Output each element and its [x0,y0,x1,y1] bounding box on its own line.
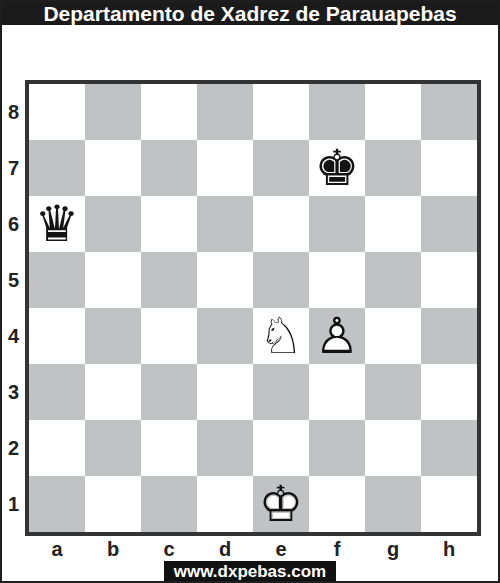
square-e8[interactable] [253,84,309,140]
square-b2[interactable] [85,420,141,476]
square-a2[interactable] [29,420,85,476]
square-g2[interactable] [365,420,421,476]
white-pawn-glyph: ♙ [309,308,365,364]
square-e2[interactable] [253,420,309,476]
square-a6[interactable]: ♛ [29,196,85,252]
square-b7[interactable] [85,140,141,196]
rank-label-5: 5 [2,252,25,308]
board-section: 87654321 ♚♛♞♘♟♙♚♔ [2,80,498,536]
file-label-c: c [141,538,197,560]
rank-label-4: 4 [2,308,25,364]
square-g5[interactable] [365,252,421,308]
square-f2[interactable] [309,420,365,476]
rank-label-8: 8 [2,84,25,140]
rank-label-1: 1 [2,476,25,532]
square-a4[interactable] [29,308,85,364]
square-e1[interactable]: ♚♔ [253,476,309,532]
square-g6[interactable] [365,196,421,252]
square-f4[interactable]: ♟♙ [309,308,365,364]
square-c4[interactable] [141,308,197,364]
square-c6[interactable] [141,196,197,252]
square-g3[interactable] [365,364,421,420]
square-a8[interactable] [29,84,85,140]
square-d6[interactable] [197,196,253,252]
square-h3[interactable] [421,364,477,420]
white-pawn-f4[interactable]: ♟♙ [309,308,365,364]
page-title: Departamento de Xadrez de Parauapebas [43,2,456,25]
square-e3[interactable] [253,364,309,420]
square-d1[interactable] [197,476,253,532]
square-g8[interactable] [365,84,421,140]
square-b4[interactable] [85,308,141,364]
square-d2[interactable] [197,420,253,476]
square-c7[interactable] [141,140,197,196]
rank-label-3: 3 [2,364,25,420]
square-f5[interactable] [309,252,365,308]
square-h1[interactable] [421,476,477,532]
file-label-h: h [421,538,477,560]
square-h7[interactable] [421,140,477,196]
square-a1[interactable] [29,476,85,532]
square-a7[interactable] [29,140,85,196]
square-g4[interactable] [365,308,421,364]
square-h6[interactable] [421,196,477,252]
square-d8[interactable] [197,84,253,140]
square-c5[interactable] [141,252,197,308]
square-e7[interactable] [253,140,309,196]
rank-labels: 87654321 [2,80,25,536]
square-e6[interactable] [253,196,309,252]
square-f6[interactable] [309,196,365,252]
square-d3[interactable] [197,364,253,420]
white-knight-glyph: ♘ [253,308,309,364]
square-a5[interactable] [29,252,85,308]
square-d7[interactable] [197,140,253,196]
square-f8[interactable] [309,84,365,140]
square-c3[interactable] [141,364,197,420]
black-king-f7[interactable]: ♚ [309,140,365,196]
white-knight-e4[interactable]: ♞♘ [253,308,309,364]
white-king-glyph: ♔ [253,476,309,532]
chess-diagram-frame: Departamento de Xadrez de Parauapebas 87… [0,0,500,583]
square-d5[interactable] [197,252,253,308]
square-b3[interactable] [85,364,141,420]
file-label-e: e [253,538,309,560]
square-b1[interactable] [85,476,141,532]
rank-label-7: 7 [2,140,25,196]
square-b6[interactable] [85,196,141,252]
file-label-b: b [85,538,141,560]
rank-label-6: 6 [2,196,25,252]
file-label-f: f [309,538,365,560]
square-h5[interactable] [421,252,477,308]
square-g7[interactable] [365,140,421,196]
black-queen-a6[interactable]: ♛ [29,196,85,252]
square-g1[interactable] [365,476,421,532]
square-d4[interactable] [197,308,253,364]
square-b5[interactable] [85,252,141,308]
square-h8[interactable] [421,84,477,140]
website-banner: www.dxpebas.com [164,561,336,583]
rank-label-2: 2 [2,420,25,476]
title-bar: Departamento de Xadrez de Parauapebas [2,2,498,25]
chess-board: ♚♛♞♘♟♙♚♔ [25,80,481,536]
square-e5[interactable] [253,252,309,308]
square-c1[interactable] [141,476,197,532]
file-label-g: g [365,538,421,560]
square-h4[interactable] [421,308,477,364]
file-labels: abcdefgh [29,538,498,560]
black-king-glyph: ♚ [309,140,365,196]
file-label-d: d [197,538,253,560]
square-b8[interactable] [85,84,141,140]
square-f3[interactable] [309,364,365,420]
square-h2[interactable] [421,420,477,476]
black-queen-glyph: ♛ [29,196,85,252]
square-f1[interactable] [309,476,365,532]
square-f7[interactable]: ♚ [309,140,365,196]
website-url: www.dxpebas.com [174,562,326,581]
white-king-e1[interactable]: ♚♔ [253,476,309,532]
square-c2[interactable] [141,420,197,476]
square-e4[interactable]: ♞♘ [253,308,309,364]
square-a3[interactable] [29,364,85,420]
square-c8[interactable] [141,84,197,140]
file-label-a: a [29,538,85,560]
